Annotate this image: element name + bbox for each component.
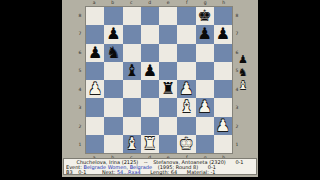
square-g1[interactable] — [196, 135, 214, 153]
square-h2[interactable]: ♟ — [214, 117, 232, 135]
piece-black-knight: ♞ — [238, 66, 248, 79]
next-move-link[interactable]: 54...Rxa4 — [117, 170, 141, 175]
letterbox-right — [258, 0, 320, 180]
square-g8[interactable]: ♚ — [196, 7, 214, 25]
square-c2[interactable] — [123, 117, 141, 135]
square-d8[interactable] — [141, 7, 159, 25]
stats-line: B3 0-1 Next: 54...Rxa4 Length: 64 Materi… — [66, 170, 254, 175]
stats-result: 0-1 — [78, 170, 86, 175]
square-b5[interactable] — [104, 62, 122, 80]
square-e7[interactable] — [159, 25, 177, 43]
piece-white-pawn: ♟ — [197, 99, 211, 115]
square-h8[interactable] — [214, 7, 232, 25]
piece-black-rook: ♜ — [161, 81, 175, 97]
square-f1[interactable]: ♚ — [177, 135, 195, 153]
video-frame: abcdefgh 87654321 87654321 abcdefgh ♚♟♟♟… — [0, 0, 320, 180]
square-d7[interactable] — [141, 25, 159, 43]
players-separator: -- — [144, 160, 148, 165]
square-a5[interactable] — [86, 62, 104, 80]
square-d4[interactable] — [141, 80, 159, 98]
square-b4[interactable] — [104, 80, 122, 98]
square-a3[interactable] — [86, 98, 104, 116]
piece-black-pawn: ♟ — [238, 53, 248, 66]
piece-black-bishop: ♝ — [124, 63, 138, 79]
square-b8[interactable] — [104, 7, 122, 25]
piece-black-pawn: ♟ — [106, 26, 120, 42]
square-f7[interactable] — [177, 25, 195, 43]
square-g5[interactable] — [196, 62, 214, 80]
rank-label-left-6: 6 — [77, 43, 83, 62]
square-g2[interactable] — [196, 117, 214, 135]
material-balance-tray: ♟♞♝ — [236, 53, 250, 92]
square-f5[interactable] — [177, 62, 195, 80]
square-h7[interactable]: ♟ — [214, 25, 232, 43]
rank-label-left-2: 2 — [77, 117, 83, 136]
square-b3[interactable] — [104, 98, 122, 116]
square-e5[interactable] — [159, 62, 177, 80]
rank-labels-left: 87654321 — [77, 6, 83, 154]
square-b7[interactable]: ♟ — [104, 25, 122, 43]
event-name-link[interactable]: Belgrade Women — [84, 165, 127, 170]
piece-white-king: ♚ — [179, 136, 193, 152]
square-d1[interactable]: ♜ — [141, 135, 159, 153]
event-site-link[interactable]: Belgrade — [130, 165, 152, 170]
square-f2[interactable] — [177, 117, 195, 135]
event-detail: (1995; Round 8) — [158, 165, 199, 170]
piece-white-bishop: ♝ — [124, 136, 138, 152]
square-e8[interactable] — [159, 7, 177, 25]
square-e1[interactable] — [159, 135, 177, 153]
square-a7[interactable] — [86, 25, 104, 43]
square-c1[interactable]: ♝ — [123, 135, 141, 153]
piece-black-pawn: ♟ — [143, 63, 157, 79]
square-d3[interactable] — [141, 98, 159, 116]
piece-black-king: ♚ — [197, 8, 211, 24]
length-label: Length: — [150, 170, 169, 175]
square-a4[interactable]: ♟ — [86, 80, 104, 98]
piece-white-rook: ♜ — [143, 136, 157, 152]
rank-label-right-3: 3 — [234, 99, 240, 118]
piece-black-pawn: ♟ — [88, 45, 102, 61]
rank-label-left-5: 5 — [77, 62, 83, 81]
material-label: Material: — [187, 170, 209, 175]
rank-label-left-4: 4 — [77, 80, 83, 99]
length-value: 64 — [171, 170, 177, 175]
piece-white-bishop: ♝ — [238, 79, 248, 92]
square-e6[interactable] — [159, 44, 177, 62]
piece-white-bishop: ♝ — [179, 99, 193, 115]
square-d5[interactable]: ♟ — [141, 62, 159, 80]
square-c7[interactable] — [123, 25, 141, 43]
square-g7[interactable]: ♟ — [196, 25, 214, 43]
piece-white-pawn: ♟ — [216, 118, 230, 134]
square-b6[interactable]: ♞ — [104, 44, 122, 62]
diagram-panel: abcdefgh 87654321 87654321 abcdefgh ♚♟♟♟… — [62, 0, 258, 177]
rank-label-right-2: 2 — [234, 117, 240, 136]
next-move-label: Next: — [102, 170, 115, 175]
white-player-name: Chuchelova, Irina — [76, 160, 120, 165]
square-f8[interactable] — [177, 7, 195, 25]
square-e2[interactable] — [159, 117, 177, 135]
game-result: 0-1 — [235, 160, 243, 165]
square-h5[interactable] — [214, 62, 232, 80]
square-b2[interactable] — [104, 117, 122, 135]
square-g4[interactable] — [196, 80, 214, 98]
square-c6[interactable] — [123, 44, 141, 62]
square-a2[interactable] — [86, 117, 104, 135]
square-f6[interactable] — [177, 44, 195, 62]
black-player-name: Stefanova, Antoaneta — [153, 160, 207, 165]
square-d6[interactable] — [141, 44, 159, 62]
square-c3[interactable] — [123, 98, 141, 116]
square-e3[interactable] — [159, 98, 177, 116]
event-separator: , — [126, 165, 128, 170]
square-c5[interactable]: ♝ — [123, 62, 141, 80]
square-a6[interactable]: ♟ — [86, 44, 104, 62]
piece-white-pawn: ♟ — [179, 81, 193, 97]
square-b1[interactable] — [104, 135, 122, 153]
rank-label-left-8: 8 — [77, 6, 83, 25]
eco-code: B3 — [66, 170, 73, 175]
rank-label-left-7: 7 — [77, 25, 83, 44]
square-d2[interactable] — [141, 117, 159, 135]
black-player-rating: (2320) — [209, 160, 226, 165]
white-player-rating: (2125) — [122, 160, 139, 165]
rank-label-left-1: 1 — [77, 136, 83, 155]
game-info-panel: Chuchelova, Irina (2125) -- Stefanova, A… — [63, 158, 257, 175]
event-label: Event: — [66, 165, 82, 170]
square-e4[interactable]: ♜ — [159, 80, 177, 98]
square-f3[interactable]: ♝ — [177, 98, 195, 116]
event-result: 0-1 — [208, 165, 216, 170]
square-c8[interactable] — [123, 7, 141, 25]
rank-label-right-1: 1 — [234, 136, 240, 155]
square-h4[interactable] — [214, 80, 232, 98]
rank-label-right-7: 7 — [234, 25, 240, 44]
square-f4[interactable]: ♟ — [177, 80, 195, 98]
square-a8[interactable] — [86, 7, 104, 25]
square-a1[interactable] — [86, 135, 104, 153]
rank-label-right-8: 8 — [234, 6, 240, 25]
piece-white-pawn: ♟ — [88, 81, 102, 97]
rank-label-left-3: 3 — [77, 99, 83, 118]
square-h6[interactable] — [214, 44, 232, 62]
letterbox-left — [0, 0, 62, 180]
chess-board: ♚♟♟♟♟♞♝♟♟♜♟♝♟♟♝♜♚ — [85, 6, 233, 154]
piece-black-pawn: ♟ — [197, 26, 211, 42]
square-g3[interactable]: ♟ — [196, 98, 214, 116]
square-c4[interactable] — [123, 80, 141, 98]
square-h3[interactable] — [214, 98, 232, 116]
square-h1[interactable] — [214, 135, 232, 153]
square-g6[interactable] — [196, 44, 214, 62]
material-value: -1 — [210, 170, 215, 175]
piece-black-knight: ♞ — [106, 45, 120, 61]
piece-black-pawn: ♟ — [216, 26, 230, 42]
